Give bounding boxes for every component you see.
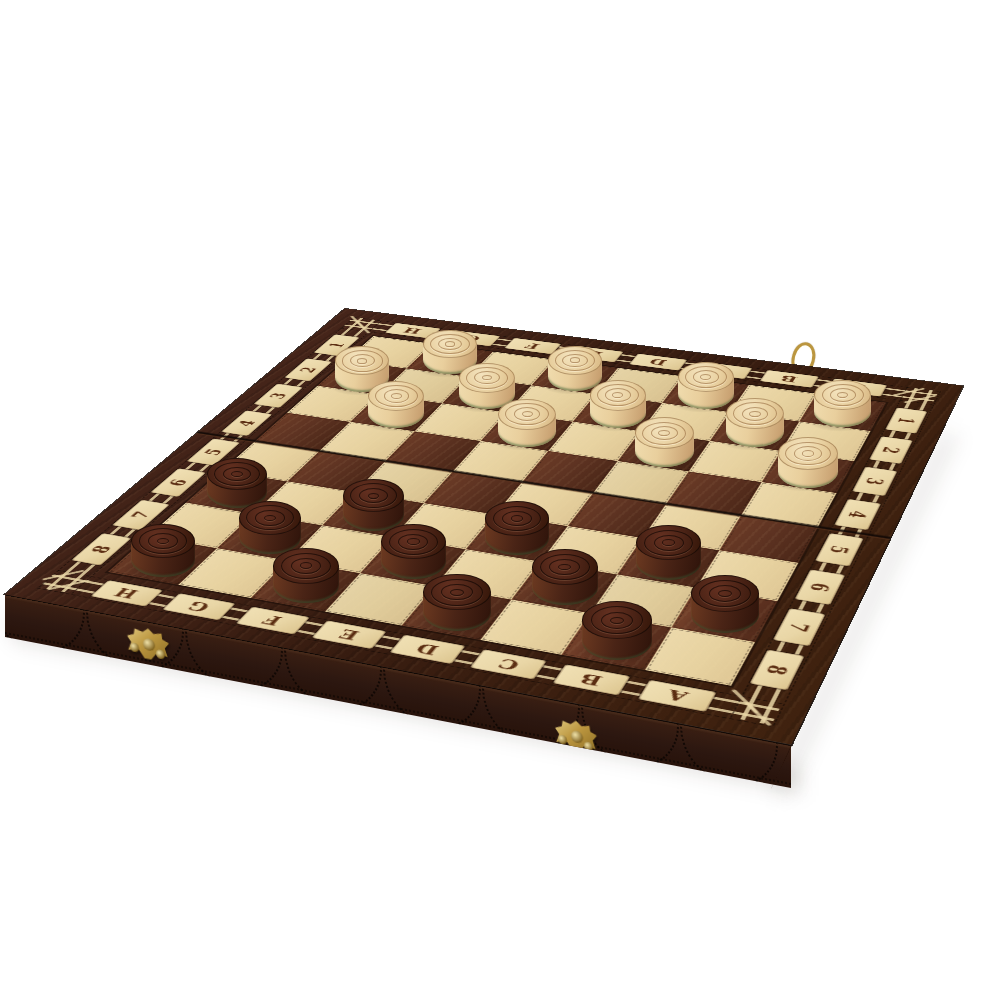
piece-ring (357, 358, 367, 363)
piece-top (590, 380, 647, 411)
piece-top (778, 437, 838, 470)
piece-ring (511, 515, 523, 521)
checker-dark-f6[interactable]: ⛂ (343, 479, 405, 531)
piece-top (582, 601, 652, 639)
piece-ring (718, 590, 731, 597)
piece-top (381, 524, 446, 559)
piece-top (207, 458, 267, 491)
piece-top (239, 501, 302, 535)
piece-top (368, 381, 424, 411)
piece-top (532, 549, 598, 585)
checker-dark-a7[interactable]: ⛂ (691, 575, 759, 632)
checker-light-b2[interactable]: ⛀ (726, 398, 784, 447)
checker-dark-f8[interactable]: ⛂ (273, 548, 339, 603)
checker-dark-h8[interactable]: ⛂ (131, 524, 195, 578)
file-label-near-d: D (390, 635, 466, 664)
checker-dark-b8[interactable]: ⛂ (582, 601, 652, 659)
checker-dark-g7[interactable]: ⛂ (239, 501, 302, 554)
piece-ring (445, 341, 455, 346)
piece-top (273, 548, 339, 583)
piece-top (423, 574, 491, 610)
piece-ring (570, 357, 581, 362)
checker-dark-d6[interactable]: ⛂ (485, 501, 548, 554)
piece-ring (450, 589, 463, 596)
checker-light-e3[interactable]: ⛀ (498, 399, 555, 447)
piece-top (423, 330, 476, 359)
piece-top (548, 346, 602, 375)
piece-top (498, 399, 555, 430)
checker-light-a3[interactable]: ⛀ (778, 437, 838, 488)
checker-dark-e7[interactable]: ⛂ (381, 524, 446, 578)
piece-ring (391, 393, 402, 399)
piece-ring (157, 538, 169, 545)
rank-label-right-5: 5 (815, 533, 864, 566)
piece-top (485, 501, 548, 535)
piece-ring (231, 471, 243, 477)
piece-ring (264, 515, 276, 521)
piece-top (678, 362, 734, 392)
piece-top (635, 417, 694, 449)
piece-ring (610, 617, 624, 624)
piece-ring (749, 411, 760, 417)
checker-dark-b6[interactable]: ⛂ (636, 525, 701, 580)
checker-dark-d8[interactable]: ⛂ (423, 574, 491, 631)
rank-label-right-6: 6 (795, 569, 845, 605)
checker-light-c3[interactable]: ⛀ (635, 417, 694, 466)
piece-top (131, 524, 195, 559)
checker-light-g3[interactable]: ⛀ (368, 381, 424, 428)
rank-label-right-8: 8 (750, 650, 805, 691)
piece-ring (368, 493, 380, 499)
rank-label-right-7: 7 (773, 608, 826, 646)
piece-top (459, 363, 514, 393)
product-photo-stage: HH11GG22FF33EE44DD55CC66BB77AA88 ⛀⛀⛀⛀⛀⛀⛀… (0, 0, 1000, 1000)
piece-ring (407, 538, 420, 545)
piece-ring (802, 450, 814, 456)
checker-light-a1[interactable]: ⛀ (814, 380, 871, 428)
piece-ring (522, 411, 533, 417)
checker-dark-c7[interactable]: ⛂ (532, 549, 598, 605)
piece-top (691, 575, 759, 612)
